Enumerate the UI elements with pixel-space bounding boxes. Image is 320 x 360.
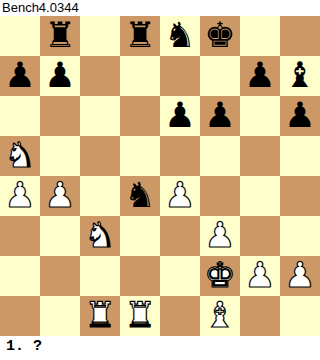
square-c3[interactable]: ♞ [80,216,120,256]
square-f8[interactable]: ♚ [200,16,240,56]
square-g7[interactable]: ♟ [240,56,280,96]
square-e3[interactable] [160,216,200,256]
square-f1[interactable]: ♝ [200,296,240,336]
piece-black-pawn: ♟ [164,96,195,135]
square-c2[interactable] [80,256,120,296]
square-b5[interactable] [40,136,80,176]
square-f3[interactable]: ♟ [200,216,240,256]
square-c7[interactable] [80,56,120,96]
square-c1[interactable]: ♜ [80,296,120,336]
square-b4[interactable]: ♟ [40,176,80,216]
square-e7[interactable] [160,56,200,96]
piece-white-pawn: ♟ [244,256,275,295]
piece-white-bishop: ♝ [204,296,235,335]
chess-diagram-window: Bench4.0344 ♜♜♞♚♟♟♟♝♟♟♟♞♟♟♞♟♞♟♚♟♟♜♜♝ 1. … [0,0,320,360]
square-g8[interactable] [240,16,280,56]
square-f4[interactable] [200,176,240,216]
square-b2[interactable] [40,256,80,296]
piece-black-knight: ♞ [164,16,195,55]
square-h5[interactable] [280,136,320,176]
piece-black-pawn: ♟ [4,56,35,95]
piece-white-knight: ♞ [84,216,115,255]
square-b6[interactable] [40,96,80,136]
piece-white-pawn: ♟ [204,216,235,255]
square-c8[interactable] [80,16,120,56]
piece-white-rook: ♜ [124,296,155,335]
square-c6[interactable] [80,96,120,136]
square-a5[interactable]: ♞ [0,136,40,176]
square-c5[interactable] [80,136,120,176]
piece-white-pawn: ♟ [284,256,315,295]
piece-white-rook: ♜ [84,296,115,335]
piece-black-pawn: ♟ [44,56,75,95]
square-d7[interactable] [120,56,160,96]
square-h6[interactable]: ♟ [280,96,320,136]
square-b3[interactable] [40,216,80,256]
square-e6[interactable]: ♟ [160,96,200,136]
square-g1[interactable] [240,296,280,336]
square-h3[interactable] [280,216,320,256]
square-b7[interactable]: ♟ [40,56,80,96]
square-g2[interactable]: ♟ [240,256,280,296]
square-a1[interactable] [0,296,40,336]
piece-white-knight: ♞ [4,136,35,175]
square-a2[interactable] [0,256,40,296]
square-h4[interactable] [280,176,320,216]
position-title: Bench4.0344 [0,0,320,16]
square-a4[interactable]: ♟ [0,176,40,216]
move-prompt: 1. ? [0,336,320,360]
square-d2[interactable] [120,256,160,296]
square-d3[interactable] [120,216,160,256]
piece-white-king: ♚ [204,256,235,295]
square-b1[interactable] [40,296,80,336]
square-e5[interactable] [160,136,200,176]
piece-white-pawn: ♟ [4,176,35,215]
square-f2[interactable]: ♚ [200,256,240,296]
square-d8[interactable]: ♜ [120,16,160,56]
square-h8[interactable] [280,16,320,56]
chess-board: ♜♜♞♚♟♟♟♝♟♟♟♞♟♟♞♟♞♟♚♟♟♜♜♝ [0,16,320,336]
square-g3[interactable] [240,216,280,256]
square-f5[interactable] [200,136,240,176]
square-d5[interactable] [120,136,160,176]
square-c4[interactable] [80,176,120,216]
piece-black-knight: ♞ [124,176,155,215]
square-a7[interactable]: ♟ [0,56,40,96]
piece-black-pawn: ♟ [284,96,315,135]
square-e8[interactable]: ♞ [160,16,200,56]
square-d4[interactable]: ♞ [120,176,160,216]
piece-white-pawn: ♟ [164,176,195,215]
square-h2[interactable]: ♟ [280,256,320,296]
square-g6[interactable] [240,96,280,136]
square-e1[interactable] [160,296,200,336]
square-g5[interactable] [240,136,280,176]
square-d1[interactable]: ♜ [120,296,160,336]
piece-black-bishop: ♝ [284,56,315,95]
piece-black-rook: ♜ [44,16,75,55]
square-h7[interactable]: ♝ [280,56,320,96]
square-d6[interactable] [120,96,160,136]
square-e4[interactable]: ♟ [160,176,200,216]
piece-black-pawn: ♟ [204,96,235,135]
square-e2[interactable] [160,256,200,296]
square-g4[interactable] [240,176,280,216]
square-a8[interactable] [0,16,40,56]
piece-black-king: ♚ [204,16,235,55]
square-h1[interactable] [280,296,320,336]
piece-white-pawn: ♟ [44,176,75,215]
square-b8[interactable]: ♜ [40,16,80,56]
piece-black-rook: ♜ [124,16,155,55]
square-a6[interactable] [0,96,40,136]
piece-black-pawn: ♟ [244,56,275,95]
square-a3[interactable] [0,216,40,256]
square-f6[interactable]: ♟ [200,96,240,136]
square-f7[interactable] [200,56,240,96]
